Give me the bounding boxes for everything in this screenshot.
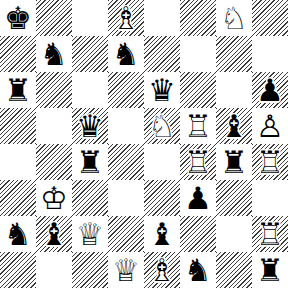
square-e4[interactable] (144, 144, 180, 180)
square-g1[interactable] (216, 252, 252, 288)
square-b3[interactable]: ♚♔ (36, 180, 72, 216)
square-b5[interactable] (36, 108, 72, 144)
square-d3[interactable] (108, 180, 144, 216)
piece-halo: ♜ (216, 144, 252, 180)
square-c8[interactable] (72, 0, 108, 36)
square-d5[interactable] (108, 108, 144, 144)
piece-white-queen: ♕ (72, 216, 108, 252)
piece-black-bishop: ♝ (36, 216, 72, 252)
piece-halo: ♟ (252, 108, 288, 144)
piece-halo: ♚ (36, 180, 72, 216)
square-c1[interactable] (72, 252, 108, 288)
piece-halo: ♜ (180, 144, 216, 180)
piece-black-king: ♚ (0, 0, 36, 36)
piece-black-queen: ♛ (144, 72, 180, 108)
piece-white-king: ♔ (36, 180, 72, 216)
square-f1[interactable]: ♞♞ (180, 252, 216, 288)
piece-halo: ♝ (108, 0, 144, 36)
chess-board: ♚♚♝♗♞♘♞♞♞♞♜♜♛♛♟♟♛♛♞♘♜♖♝♝♟♙♜♜♜♖♜♜♜♖♚♔♟♟♞♞… (0, 0, 288, 288)
piece-white-rook: ♖ (180, 108, 216, 144)
square-g4[interactable]: ♜♜ (216, 144, 252, 180)
square-e6[interactable]: ♛♛ (144, 72, 180, 108)
piece-white-knight: ♘ (216, 0, 252, 36)
piece-white-rook: ♖ (252, 144, 288, 180)
square-c6[interactable] (72, 72, 108, 108)
piece-halo: ♜ (180, 108, 216, 144)
piece-black-bishop: ♝ (144, 216, 180, 252)
square-a8[interactable]: ♚♚ (0, 0, 36, 36)
piece-white-pawn: ♙ (252, 108, 288, 144)
square-e3[interactable] (144, 180, 180, 216)
piece-halo: ♝ (36, 216, 72, 252)
square-g8[interactable]: ♞♘ (216, 0, 252, 36)
square-f4[interactable]: ♜♖ (180, 144, 216, 180)
piece-black-pawn: ♟ (252, 72, 288, 108)
square-d6[interactable] (108, 72, 144, 108)
piece-halo: ♞ (108, 36, 144, 72)
square-a2[interactable]: ♞♞ (0, 216, 36, 252)
piece-black-rook: ♜ (72, 144, 108, 180)
square-a1[interactable] (0, 252, 36, 288)
square-a6[interactable]: ♜♜ (0, 72, 36, 108)
square-b2[interactable]: ♝♝ (36, 216, 72, 252)
square-g3[interactable] (216, 180, 252, 216)
piece-halo: ♝ (144, 252, 180, 288)
piece-halo: ♟ (180, 180, 216, 216)
piece-white-knight: ♘ (144, 108, 180, 144)
piece-halo: ♝ (144, 216, 180, 252)
piece-black-knight: ♞ (36, 36, 72, 72)
piece-halo: ♜ (252, 144, 288, 180)
piece-white-bishop: ♗ (144, 252, 180, 288)
square-b1[interactable] (36, 252, 72, 288)
piece-halo: ♜ (252, 252, 288, 288)
square-c4[interactable]: ♜♜ (72, 144, 108, 180)
piece-halo: ♟ (252, 72, 288, 108)
square-h2[interactable]: ♜♖ (252, 216, 288, 252)
square-g2[interactable] (216, 216, 252, 252)
square-h3[interactable] (252, 180, 288, 216)
square-f5[interactable]: ♜♖ (180, 108, 216, 144)
piece-halo: ♛ (144, 72, 180, 108)
square-c5[interactable]: ♛♛ (72, 108, 108, 144)
piece-white-queen: ♕ (108, 252, 144, 288)
square-d1[interactable]: ♛♕ (108, 252, 144, 288)
piece-black-queen: ♛ (72, 108, 108, 144)
piece-white-rook: ♖ (252, 216, 288, 252)
square-a3[interactable] (0, 180, 36, 216)
square-b4[interactable] (36, 144, 72, 180)
square-b7[interactable]: ♞♞ (36, 36, 72, 72)
square-h8[interactable] (252, 0, 288, 36)
square-e7[interactable] (144, 36, 180, 72)
square-h5[interactable]: ♟♙ (252, 108, 288, 144)
square-b8[interactable] (36, 0, 72, 36)
square-e1[interactable]: ♝♗ (144, 252, 180, 288)
square-f3[interactable]: ♟♟ (180, 180, 216, 216)
square-h6[interactable]: ♟♟ (252, 72, 288, 108)
piece-halo: ♞ (0, 216, 36, 252)
piece-black-bishop: ♝ (216, 108, 252, 144)
piece-halo: ♝ (216, 108, 252, 144)
piece-halo: ♛ (72, 108, 108, 144)
square-c2[interactable]: ♛♕ (72, 216, 108, 252)
piece-halo: ♞ (144, 108, 180, 144)
piece-black-rook: ♜ (216, 144, 252, 180)
square-e8[interactable] (144, 0, 180, 36)
square-d2[interactable] (108, 216, 144, 252)
piece-black-pawn: ♟ (180, 180, 216, 216)
piece-halo: ♛ (108, 252, 144, 288)
piece-halo: ♞ (180, 252, 216, 288)
piece-halo: ♞ (36, 36, 72, 72)
piece-black-rook: ♜ (252, 252, 288, 288)
piece-halo: ♜ (252, 216, 288, 252)
square-c3[interactable] (72, 180, 108, 216)
square-a7[interactable] (0, 36, 36, 72)
square-e2[interactable]: ♝♝ (144, 216, 180, 252)
square-g5[interactable]: ♝♝ (216, 108, 252, 144)
piece-white-bishop: ♗ (108, 0, 144, 36)
piece-halo: ♜ (72, 144, 108, 180)
square-a5[interactable] (0, 108, 36, 144)
square-g6[interactable] (216, 72, 252, 108)
square-f2[interactable] (180, 216, 216, 252)
square-g7[interactable] (216, 36, 252, 72)
square-f7[interactable] (180, 36, 216, 72)
square-d8[interactable]: ♝♗ (108, 0, 144, 36)
piece-halo: ♜ (0, 72, 36, 108)
square-h7[interactable] (252, 36, 288, 72)
piece-halo: ♛ (72, 216, 108, 252)
piece-white-rook: ♖ (180, 144, 216, 180)
piece-black-knight: ♞ (180, 252, 216, 288)
square-d4[interactable] (108, 144, 144, 180)
square-h1[interactable]: ♜♜ (252, 252, 288, 288)
square-h4[interactable]: ♜♖ (252, 144, 288, 180)
square-c7[interactable] (72, 36, 108, 72)
square-f6[interactable] (180, 72, 216, 108)
square-b6[interactable] (36, 72, 72, 108)
piece-black-knight: ♞ (0, 216, 36, 252)
square-f8[interactable] (180, 0, 216, 36)
piece-black-knight: ♞ (108, 36, 144, 72)
piece-halo: ♞ (216, 0, 252, 36)
piece-halo: ♚ (0, 0, 36, 36)
square-a4[interactable] (0, 144, 36, 180)
square-e5[interactable]: ♞♘ (144, 108, 180, 144)
square-d7[interactable]: ♞♞ (108, 36, 144, 72)
piece-black-rook: ♜ (0, 72, 36, 108)
